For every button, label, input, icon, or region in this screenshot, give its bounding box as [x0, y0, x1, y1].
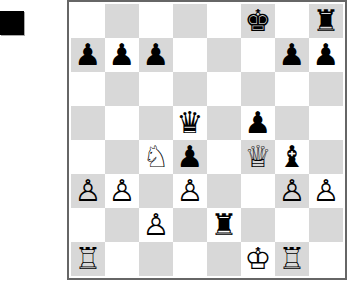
square-c5[interactable]	[139, 106, 173, 140]
white-pawn: ♙	[313, 176, 340, 206]
black-pawn: ♟	[177, 142, 204, 172]
square-f1[interactable]: ♔	[241, 242, 275, 276]
square-h7[interactable]: ♟	[309, 38, 343, 72]
square-f6[interactable]	[241, 72, 275, 106]
black-pawn: ♟	[109, 40, 136, 70]
square-d4[interactable]: ♟	[173, 140, 207, 174]
square-e1[interactable]	[207, 242, 241, 276]
square-b8[interactable]	[105, 4, 139, 38]
square-h6[interactable]	[309, 72, 343, 106]
square-d8[interactable]	[173, 4, 207, 38]
square-g3[interactable]: ♙	[275, 174, 309, 208]
square-g5[interactable]	[275, 106, 309, 140]
black-pawn: ♟	[279, 40, 306, 70]
square-h8[interactable]: ♜	[309, 4, 343, 38]
white-pawn: ♙	[109, 176, 136, 206]
square-g1[interactable]: ♖	[275, 242, 309, 276]
square-h1[interactable]	[309, 242, 343, 276]
square-g2[interactable]	[275, 208, 309, 242]
square-g6[interactable]	[275, 72, 309, 106]
square-e7[interactable]	[207, 38, 241, 72]
square-a7[interactable]: ♟	[71, 38, 105, 72]
square-g4[interactable]: ♝	[275, 140, 309, 174]
square-c8[interactable]	[139, 4, 173, 38]
white-pawn: ♙	[279, 176, 306, 206]
square-d3[interactable]: ♙	[173, 174, 207, 208]
square-b3[interactable]: ♙	[105, 174, 139, 208]
black-pawn: ♟	[75, 40, 102, 70]
square-e4[interactable]	[207, 140, 241, 174]
square-a1[interactable]: ♖	[71, 242, 105, 276]
square-c3[interactable]	[139, 174, 173, 208]
square-h2[interactable]	[309, 208, 343, 242]
chess-diagram-page: ♚♜♟♟♟♟♟♛♟♘♟♕♝♙♙♙♙♙♙♜♖♔♖	[0, 0, 350, 283]
square-e2[interactable]: ♜	[207, 208, 241, 242]
black-rook: ♜	[313, 6, 340, 36]
square-b6[interactable]	[105, 72, 139, 106]
square-b2[interactable]	[105, 208, 139, 242]
square-c1[interactable]	[139, 242, 173, 276]
square-a3[interactable]: ♙	[71, 174, 105, 208]
square-h5[interactable]	[309, 106, 343, 140]
square-f8[interactable]: ♚	[241, 4, 275, 38]
black-rook: ♜	[211, 210, 238, 240]
square-h3[interactable]: ♙	[309, 174, 343, 208]
square-d5[interactable]: ♛	[173, 106, 207, 140]
black-bishop: ♝	[279, 142, 306, 172]
white-pawn: ♙	[75, 176, 102, 206]
square-g7[interactable]: ♟	[275, 38, 309, 72]
square-g8[interactable]	[275, 4, 309, 38]
chess-board: ♚♜♟♟♟♟♟♛♟♘♟♕♝♙♙♙♙♙♙♜♖♔♖	[67, 0, 347, 280]
square-d7[interactable]	[173, 38, 207, 72]
black-pawn: ♟	[245, 108, 272, 138]
square-e6[interactable]	[207, 72, 241, 106]
square-a8[interactable]	[71, 4, 105, 38]
square-a6[interactable]	[71, 72, 105, 106]
square-d2[interactable]	[173, 208, 207, 242]
square-f3[interactable]	[241, 174, 275, 208]
square-f5[interactable]: ♟	[241, 106, 275, 140]
white-pawn: ♙	[177, 176, 204, 206]
square-c6[interactable]	[139, 72, 173, 106]
square-b1[interactable]	[105, 242, 139, 276]
white-queen: ♕	[245, 142, 272, 172]
square-c2[interactable]: ♙	[139, 208, 173, 242]
square-e5[interactable]	[207, 106, 241, 140]
square-d6[interactable]	[173, 72, 207, 106]
white-knight: ♘	[143, 142, 170, 172]
black-pawn: ♟	[143, 40, 170, 70]
white-rook: ♖	[75, 244, 102, 274]
white-pawn: ♙	[143, 210, 170, 240]
white-king: ♔	[245, 244, 272, 274]
square-b5[interactable]	[105, 106, 139, 140]
square-d1[interactable]	[173, 242, 207, 276]
square-b7[interactable]: ♟	[105, 38, 139, 72]
square-a2[interactable]	[71, 208, 105, 242]
square-a5[interactable]	[71, 106, 105, 140]
square-c4[interactable]: ♘	[139, 140, 173, 174]
black-pawn: ♟	[313, 40, 340, 70]
square-b4[interactable]	[105, 140, 139, 174]
square-f4[interactable]: ♕	[241, 140, 275, 174]
white-rook: ♖	[279, 244, 306, 274]
square-e8[interactable]	[207, 4, 241, 38]
square-c7[interactable]: ♟	[139, 38, 173, 72]
black-to-move-indicator	[0, 11, 24, 35]
square-e3[interactable]	[207, 174, 241, 208]
black-queen: ♛	[177, 108, 204, 138]
square-a4[interactable]	[71, 140, 105, 174]
square-f7[interactable]	[241, 38, 275, 72]
black-king: ♚	[245, 6, 272, 36]
square-f2[interactable]	[241, 208, 275, 242]
square-h4[interactable]	[309, 140, 343, 174]
